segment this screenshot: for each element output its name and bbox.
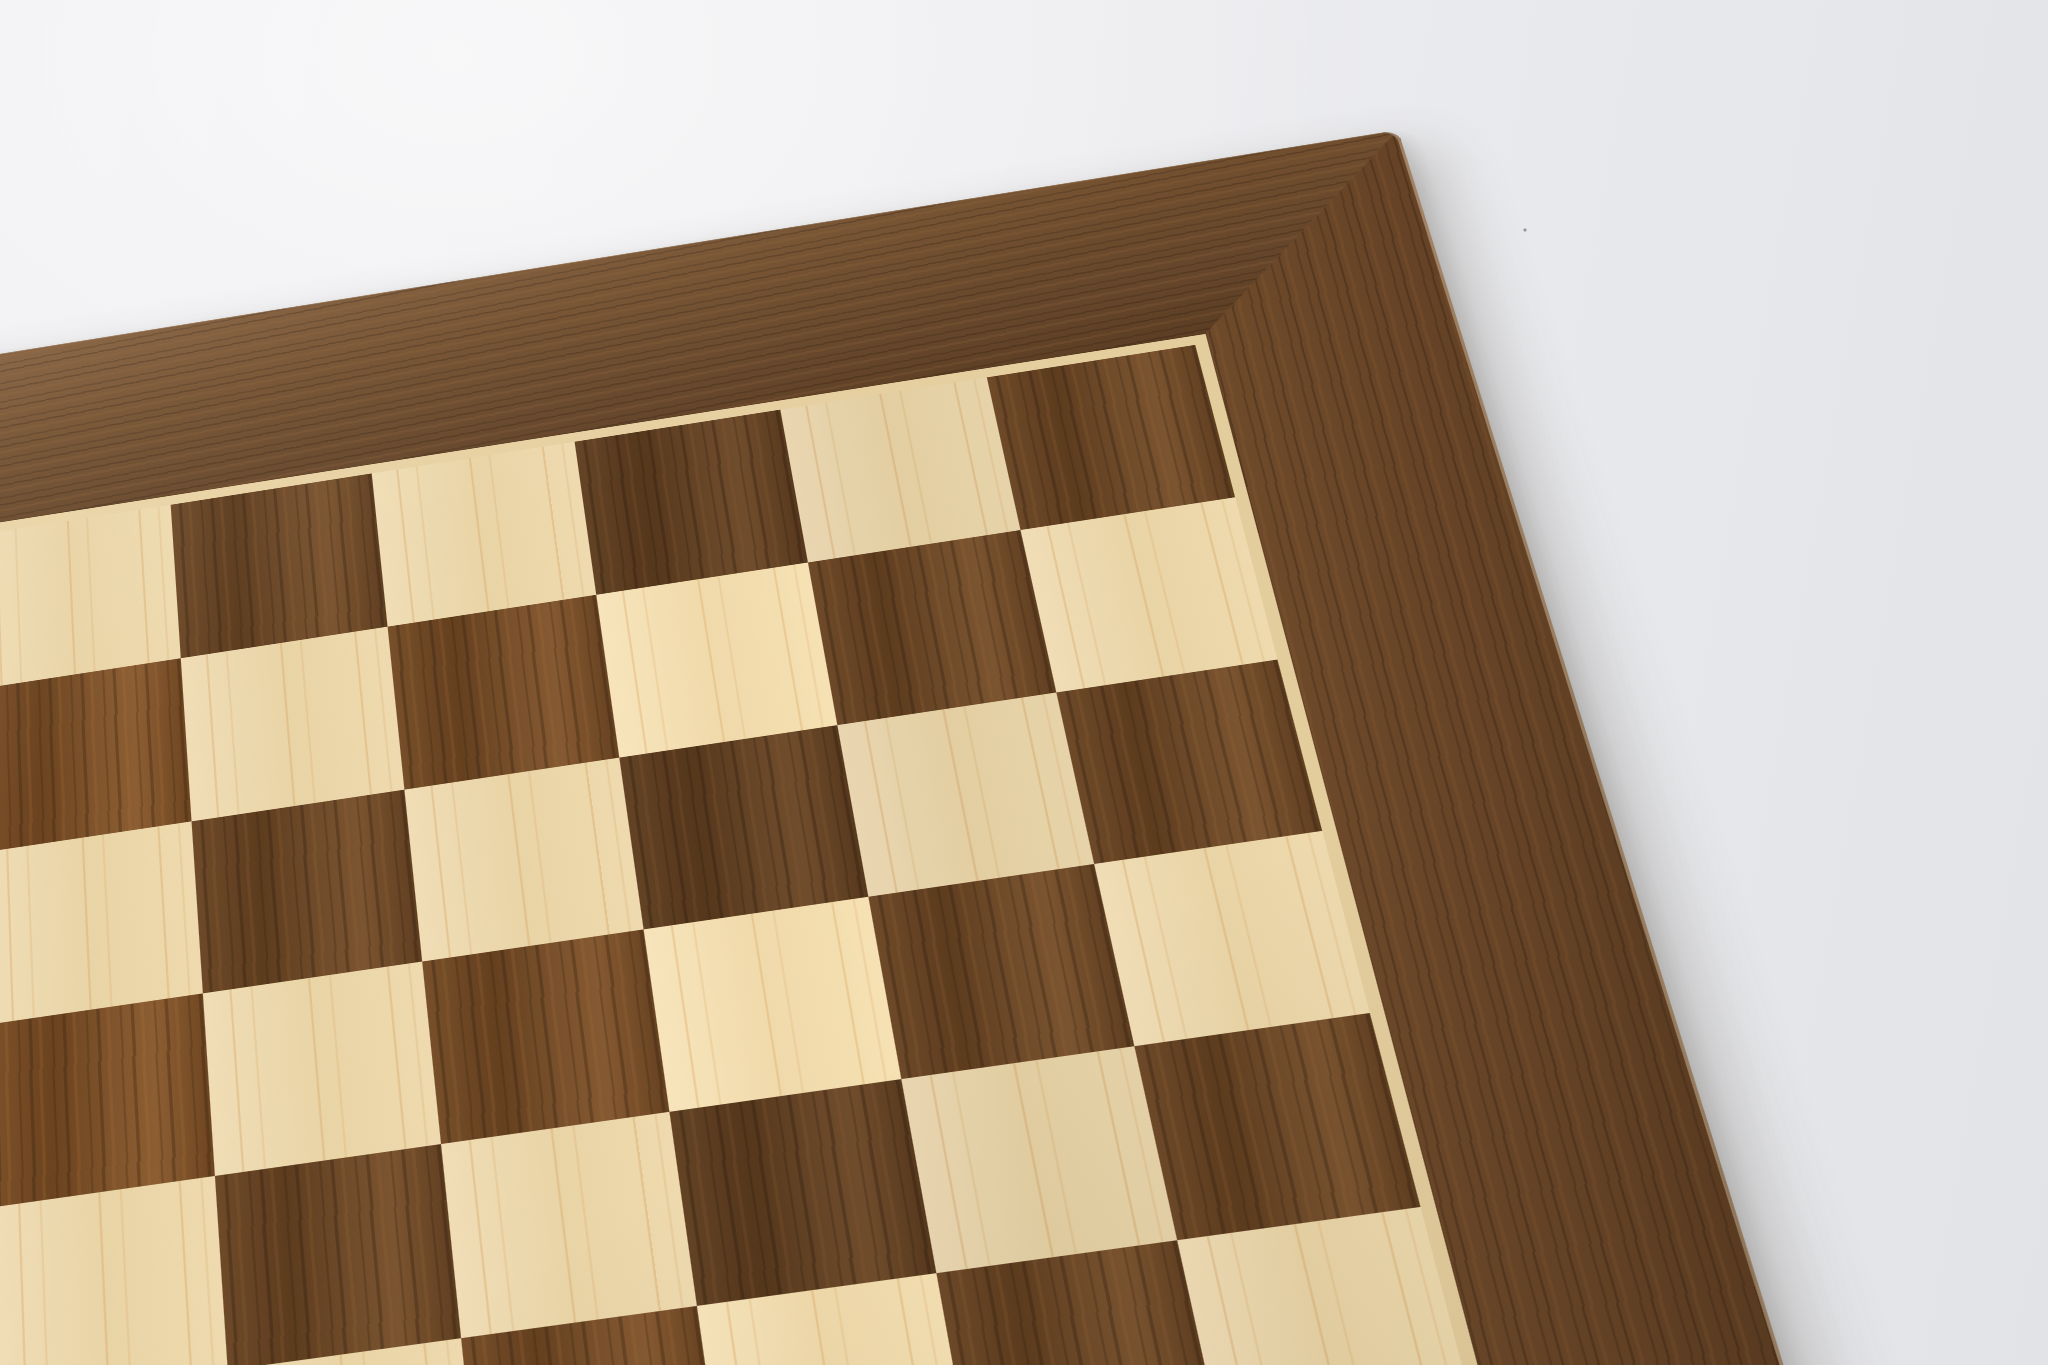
square-g8 [780,377,1020,562]
maple-inlay-line [0,334,1615,1365]
chessboard [0,130,2028,1365]
square-e6 [404,757,643,961]
square-c4 [0,1176,227,1365]
square-f7 [597,563,837,757]
square-d5 [203,961,441,1176]
photo-scene [0,0,2048,1365]
square-e7 [388,595,620,789]
square-c6 [0,821,203,1025]
square-h5 [1094,831,1370,1047]
square-f6 [620,725,868,929]
square-f5 [644,897,901,1112]
square-d6 [191,789,422,993]
square-g6 [837,692,1094,897]
square-h6 [1056,659,1322,864]
square-e4 [441,1112,697,1339]
square-c7 [0,658,191,852]
square-d7 [181,627,405,821]
square-g7 [807,530,1056,725]
board-field [0,345,1595,1365]
square-c5 [0,993,215,1207]
square-f4 [670,1079,936,1306]
square-e5 [422,929,670,1144]
square-g4 [901,1046,1177,1273]
square-g5 [868,864,1134,1079]
square-h4 [1134,1013,1420,1241]
square-h7 [1020,497,1277,692]
square-d4 [215,1144,461,1365]
